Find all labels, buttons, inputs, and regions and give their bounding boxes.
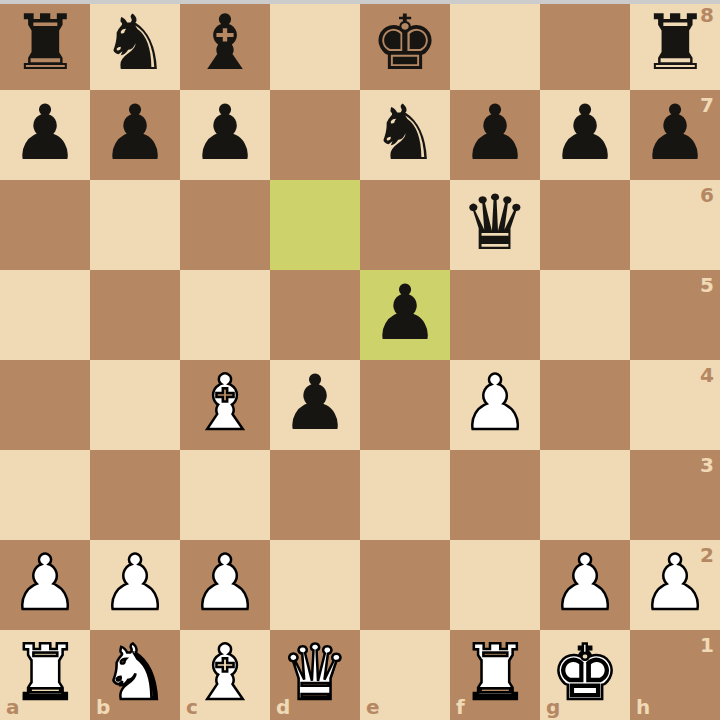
black-pawn-piece[interactable]: ♟ — [11, 88, 79, 178]
black-bishop-piece[interactable]: ♝ — [191, 0, 259, 88]
square-d4[interactable]: ♟ — [270, 360, 360, 450]
square-g3[interactable] — [540, 450, 630, 540]
black-king-piece[interactable]: ♚ — [371, 0, 439, 88]
square-d3[interactable] — [270, 450, 360, 540]
square-h4[interactable]: 4 — [630, 360, 720, 450]
coord-rank-2: 2 — [700, 545, 714, 565]
square-d8[interactable] — [270, 0, 360, 90]
white-pawn-piece[interactable]: ♟ — [461, 358, 529, 448]
coord-file-d: d — [276, 697, 290, 717]
white-queen-piece[interactable]: ♛ — [281, 628, 349, 718]
square-c8[interactable]: ♝ — [180, 0, 270, 90]
square-e1[interactable]: e — [360, 630, 450, 720]
square-b1[interactable]: ♞b — [90, 630, 180, 720]
square-g4[interactable] — [540, 360, 630, 450]
square-e2[interactable] — [360, 540, 450, 630]
black-pawn-piece[interactable]: ♟ — [101, 88, 169, 178]
square-f5[interactable] — [450, 270, 540, 360]
square-b2[interactable]: ♟ — [90, 540, 180, 630]
square-e6[interactable] — [360, 180, 450, 270]
coord-file-g: g — [546, 697, 560, 717]
coord-file-h: h — [636, 697, 650, 717]
square-g6[interactable] — [540, 180, 630, 270]
square-b8[interactable]: ♞ — [90, 0, 180, 90]
square-h2[interactable]: ♟2 — [630, 540, 720, 630]
square-b5[interactable] — [90, 270, 180, 360]
coord-rank-8: 8 — [700, 5, 714, 25]
square-g8[interactable] — [540, 0, 630, 90]
coord-file-e: e — [366, 697, 380, 717]
square-a4[interactable] — [0, 360, 90, 450]
square-b6[interactable] — [90, 180, 180, 270]
square-g2[interactable]: ♟ — [540, 540, 630, 630]
square-a2[interactable]: ♟ — [0, 540, 90, 630]
coord-rank-3: 3 — [700, 455, 714, 475]
white-rook-piece[interactable]: ♜ — [11, 628, 79, 718]
square-b3[interactable] — [90, 450, 180, 540]
black-knight-piece[interactable]: ♞ — [101, 0, 169, 88]
square-h7[interactable]: ♟7 — [630, 90, 720, 180]
square-c1[interactable]: ♝c — [180, 630, 270, 720]
square-e3[interactable] — [360, 450, 450, 540]
square-h8[interactable]: ♜8 — [630, 0, 720, 90]
square-g1[interactable]: ♚g — [540, 630, 630, 720]
coord-file-b: b — [96, 697, 110, 717]
coord-file-c: c — [186, 697, 198, 717]
square-f6[interactable]: ♛ — [450, 180, 540, 270]
black-pawn-piece[interactable]: ♟ — [281, 358, 349, 448]
square-d1[interactable]: ♛d — [270, 630, 360, 720]
square-h1[interactable]: 1h — [630, 630, 720, 720]
square-c7[interactable]: ♟ — [180, 90, 270, 180]
square-e5[interactable]: ♟ — [360, 270, 450, 360]
square-e8[interactable]: ♚ — [360, 0, 450, 90]
square-d7[interactable] — [270, 90, 360, 180]
square-a5[interactable] — [0, 270, 90, 360]
coord-file-a: a — [6, 697, 20, 717]
square-h6[interactable]: 6 — [630, 180, 720, 270]
white-knight-piece[interactable]: ♞ — [101, 628, 169, 718]
square-f1[interactable]: ♜f — [450, 630, 540, 720]
white-pawn-piece[interactable]: ♟ — [641, 538, 709, 628]
square-d5[interactable] — [270, 270, 360, 360]
square-a6[interactable] — [0, 180, 90, 270]
square-f7[interactable]: ♟ — [450, 90, 540, 180]
black-rook-piece[interactable]: ♜ — [641, 0, 709, 88]
white-pawn-piece[interactable]: ♟ — [101, 538, 169, 628]
square-e7[interactable]: ♞ — [360, 90, 450, 180]
square-c6[interactable] — [180, 180, 270, 270]
square-a1[interactable]: ♜a — [0, 630, 90, 720]
square-f3[interactable] — [450, 450, 540, 540]
square-f4[interactable]: ♟ — [450, 360, 540, 450]
square-d6[interactable] — [270, 180, 360, 270]
square-c2[interactable]: ♟ — [180, 540, 270, 630]
square-a3[interactable] — [0, 450, 90, 540]
black-pawn-piece[interactable]: ♟ — [191, 88, 259, 178]
black-knight-piece[interactable]: ♞ — [371, 88, 439, 178]
square-d2[interactable] — [270, 540, 360, 630]
black-pawn-piece[interactable]: ♟ — [371, 268, 439, 358]
square-h3[interactable]: 3 — [630, 450, 720, 540]
square-e4[interactable] — [360, 360, 450, 450]
square-a7[interactable]: ♟ — [0, 90, 90, 180]
square-g5[interactable] — [540, 270, 630, 360]
coord-rank-5: 5 — [700, 275, 714, 295]
square-g7[interactable]: ♟ — [540, 90, 630, 180]
square-c3[interactable] — [180, 450, 270, 540]
square-b4[interactable] — [90, 360, 180, 450]
coord-rank-4: 4 — [700, 365, 714, 385]
black-rook-piece[interactable]: ♜ — [11, 0, 79, 88]
black-pawn-piece[interactable]: ♟ — [641, 88, 709, 178]
white-pawn-piece[interactable]: ♟ — [191, 538, 259, 628]
square-a8[interactable]: ♜ — [0, 0, 90, 90]
square-b7[interactable]: ♟ — [90, 90, 180, 180]
white-king-piece[interactable]: ♚ — [551, 628, 619, 718]
top-bar — [0, 0, 720, 4]
coord-rank-6: 6 — [700, 185, 714, 205]
white-bishop-piece[interactable]: ♝ — [191, 628, 259, 718]
white-bishop-piece[interactable]: ♝ — [191, 358, 259, 448]
black-pawn-piece[interactable]: ♟ — [551, 88, 619, 178]
black-queen-piece[interactable]: ♛ — [461, 178, 529, 268]
coord-rank-7: 7 — [700, 95, 714, 115]
chess-board-wrap: ♜♞♝♚♜8♟♟♟♞♟♟♟7♛6♟5♝♟♟43♟♟♟♟♟2♜a♞b♝c♛de♜f… — [0, 0, 720, 720]
black-pawn-piece[interactable]: ♟ — [461, 88, 529, 178]
white-pawn-piece[interactable]: ♟ — [11, 538, 79, 628]
coord-file-f: f — [456, 697, 465, 717]
square-f2[interactable] — [450, 540, 540, 630]
coord-rank-1: 1 — [700, 635, 714, 655]
square-h5[interactable]: 5 — [630, 270, 720, 360]
square-c4[interactable]: ♝ — [180, 360, 270, 450]
square-c5[interactable] — [180, 270, 270, 360]
square-f8[interactable] — [450, 0, 540, 90]
chess-board: ♜♞♝♚♜8♟♟♟♞♟♟♟7♛6♟5♝♟♟43♟♟♟♟♟2♜a♞b♝c♛de♜f… — [0, 0, 720, 720]
white-pawn-piece[interactable]: ♟ — [551, 538, 619, 628]
white-rook-piece[interactable]: ♜ — [461, 628, 529, 718]
